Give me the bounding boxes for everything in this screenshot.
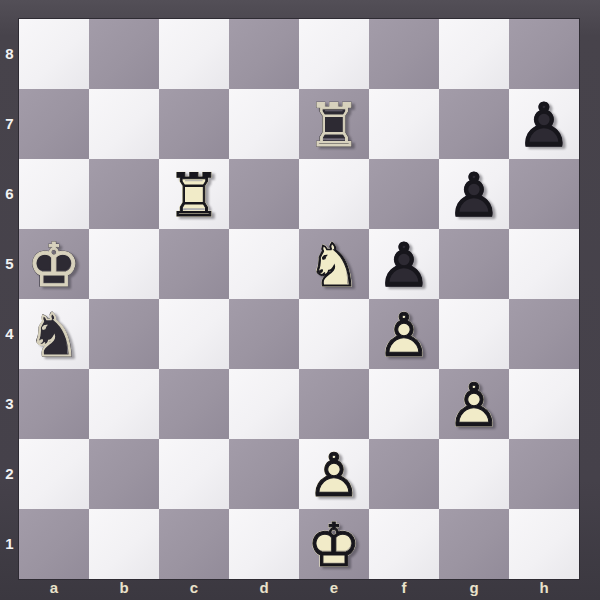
black-pawn-piece[interactable]: ♟♙	[439, 159, 509, 229]
file-label-g: g	[439, 578, 509, 600]
square-e3[interactable]	[299, 369, 369, 439]
square-f7[interactable]	[369, 89, 439, 159]
square-a3[interactable]	[19, 369, 89, 439]
rank-label-4: 4	[0, 299, 19, 369]
square-g5[interactable]	[439, 229, 509, 299]
square-b1[interactable]	[89, 509, 159, 579]
black-pawn-outline-icon: ♙	[439, 159, 509, 229]
rank-label-2: 2	[0, 439, 19, 509]
white-rook-icon: ♜	[159, 159, 229, 229]
file-label-d: d	[229, 578, 299, 600]
square-g7[interactable]	[439, 89, 509, 159]
rank-label-8: 8	[0, 19, 19, 89]
black-pawn-icon: ♟	[509, 89, 579, 159]
white-pawn-piece[interactable]: ♟♙	[299, 439, 369, 509]
square-d2[interactable]	[229, 439, 299, 509]
square-h2[interactable]	[509, 439, 579, 509]
square-e1[interactable]: ♚♔	[299, 509, 369, 579]
square-h3[interactable]	[509, 369, 579, 439]
square-f8[interactable]	[369, 19, 439, 89]
square-d3[interactable]	[229, 369, 299, 439]
square-h7[interactable]: ♟♙	[509, 89, 579, 159]
black-pawn-outline-icon: ♙	[509, 89, 579, 159]
square-c2[interactable]	[159, 439, 229, 509]
white-pawn-piece[interactable]: ♟♙	[439, 369, 509, 439]
white-rook-piece[interactable]: ♜♖	[159, 159, 229, 229]
square-f3[interactable]	[369, 369, 439, 439]
white-pawn-piece[interactable]: ♟♙	[369, 299, 439, 369]
square-a1[interactable]	[19, 509, 89, 579]
square-g1[interactable]	[439, 509, 509, 579]
square-c6[interactable]: ♜♖	[159, 159, 229, 229]
rank-label-5: 5	[0, 229, 19, 299]
square-f4[interactable]: ♟♙	[369, 299, 439, 369]
file-label-h: h	[509, 578, 579, 600]
square-d6[interactable]	[229, 159, 299, 229]
black-rook-outline-icon: ♖	[299, 89, 369, 159]
square-g8[interactable]	[439, 19, 509, 89]
black-knight-piece[interactable]: ♞♘	[19, 299, 89, 369]
file-label-a: a	[19, 578, 89, 600]
square-h1[interactable]	[509, 509, 579, 579]
black-rook-piece[interactable]: ♜♖	[299, 89, 369, 159]
black-knight-outline-icon: ♘	[19, 299, 89, 369]
square-c1[interactable]	[159, 509, 229, 579]
square-a7[interactable]	[19, 89, 89, 159]
black-pawn-outline-icon: ♙	[369, 229, 439, 299]
square-a5[interactable]: ♚♔	[19, 229, 89, 299]
square-h4[interactable]	[509, 299, 579, 369]
square-e2[interactable]: ♟♙	[299, 439, 369, 509]
square-f5[interactable]: ♟♙	[369, 229, 439, 299]
square-e7[interactable]: ♜♖	[299, 89, 369, 159]
square-a4[interactable]: ♞♘	[19, 299, 89, 369]
black-pawn-icon: ♟	[439, 159, 509, 229]
chess-board: ♜♖♟♙♜♖♟♙♚♔♞♘♟♙♞♘♟♙♟♙♟♙♚♔	[19, 19, 579, 579]
white-pawn-icon: ♟	[299, 439, 369, 509]
square-b2[interactable]	[89, 439, 159, 509]
black-king-outline-icon: ♔	[19, 229, 89, 299]
square-b4[interactable]	[89, 299, 159, 369]
black-rook-icon: ♜	[299, 89, 369, 159]
rank-label-3: 3	[0, 369, 19, 439]
square-b7[interactable]	[89, 89, 159, 159]
square-f2[interactable]	[369, 439, 439, 509]
white-rook-outline-icon: ♖	[159, 159, 229, 229]
white-pawn-outline-icon: ♙	[369, 299, 439, 369]
square-f6[interactable]	[369, 159, 439, 229]
square-b3[interactable]	[89, 369, 159, 439]
black-king-icon: ♚	[19, 229, 89, 299]
square-h8[interactable]	[509, 19, 579, 89]
square-g2[interactable]	[439, 439, 509, 509]
white-king-piece[interactable]: ♚♔	[299, 509, 369, 579]
white-pawn-icon: ♟	[439, 369, 509, 439]
square-g4[interactable]	[439, 299, 509, 369]
square-b5[interactable]	[89, 229, 159, 299]
square-d7[interactable]	[229, 89, 299, 159]
square-a2[interactable]	[19, 439, 89, 509]
file-label-f: f	[369, 578, 439, 600]
square-e8[interactable]	[299, 19, 369, 89]
square-c7[interactable]	[159, 89, 229, 159]
square-d5[interactable]	[229, 229, 299, 299]
square-e6[interactable]	[299, 159, 369, 229]
black-pawn-icon: ♟	[369, 229, 439, 299]
square-h6[interactable]	[509, 159, 579, 229]
white-pawn-outline-icon: ♙	[439, 369, 509, 439]
black-pawn-piece[interactable]: ♟♙	[509, 89, 579, 159]
square-c8[interactable]	[159, 19, 229, 89]
rank-label-7: 7	[0, 89, 19, 159]
square-c5[interactable]	[159, 229, 229, 299]
file-label-c: c	[159, 578, 229, 600]
white-pawn-outline-icon: ♙	[299, 439, 369, 509]
rank-label-6: 6	[0, 159, 19, 229]
square-a8[interactable]	[19, 19, 89, 89]
square-b6[interactable]	[89, 159, 159, 229]
square-c3[interactable]	[159, 369, 229, 439]
white-knight-piece[interactable]: ♞♘	[299, 229, 369, 299]
square-e4[interactable]	[299, 299, 369, 369]
white-knight-outline-icon: ♘	[299, 229, 369, 299]
rank-label-1: 1	[0, 509, 19, 579]
square-e5[interactable]: ♞♘	[299, 229, 369, 299]
square-h5[interactable]	[509, 229, 579, 299]
white-king-icon: ♚	[299, 509, 369, 579]
square-c4[interactable]	[159, 299, 229, 369]
square-a6[interactable]	[19, 159, 89, 229]
chess-board-window: ♜♖♟♙♜♖♟♙♚♔♞♘♟♙♞♘♟♙♟♙♟♙♚♔ 87654321abcdefg…	[0, 0, 600, 600]
black-pawn-piece[interactable]: ♟♙	[369, 229, 439, 299]
black-king-piece[interactable]: ♚♔	[19, 229, 89, 299]
file-label-b: b	[89, 578, 159, 600]
square-b8[interactable]	[89, 19, 159, 89]
file-label-e: e	[299, 578, 369, 600]
white-king-outline-icon: ♔	[299, 509, 369, 579]
black-knight-icon: ♞	[19, 299, 89, 369]
square-d4[interactable]	[229, 299, 299, 369]
white-pawn-icon: ♟	[369, 299, 439, 369]
square-f1[interactable]	[369, 509, 439, 579]
white-knight-icon: ♞	[299, 229, 369, 299]
square-g3[interactable]: ♟♙	[439, 369, 509, 439]
square-d8[interactable]	[229, 19, 299, 89]
square-g6[interactable]: ♟♙	[439, 159, 509, 229]
square-d1[interactable]	[229, 509, 299, 579]
